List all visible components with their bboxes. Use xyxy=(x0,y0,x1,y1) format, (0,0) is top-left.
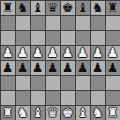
square-h3[interactable] xyxy=(105,75,120,90)
square-a1[interactable]: ♜ xyxy=(0,105,15,120)
square-g7[interactable] xyxy=(90,15,105,30)
square-d6[interactable] xyxy=(45,30,60,45)
square-h4[interactable]: ♟ xyxy=(105,60,120,75)
square-g3[interactable] xyxy=(90,75,105,90)
square-c5[interactable]: ♟ xyxy=(30,45,45,60)
square-b4[interactable]: ♟ xyxy=(15,60,30,75)
piece-black-rook[interactable]: ♜ xyxy=(107,0,119,15)
square-f8[interactable]: ♝ xyxy=(75,0,90,15)
piece-black-bishop[interactable]: ♝ xyxy=(32,0,44,15)
square-d2[interactable] xyxy=(45,90,60,105)
piece-white-knight[interactable]: ♞ xyxy=(17,105,29,120)
square-e2[interactable] xyxy=(60,90,75,105)
piece-white-king[interactable]: ♚ xyxy=(62,105,74,120)
square-h6[interactable] xyxy=(105,30,120,45)
piece-black-knight[interactable]: ♞ xyxy=(17,0,29,15)
piece-white-pawn[interactable]: ♟ xyxy=(2,45,14,60)
square-a4[interactable]: ♟ xyxy=(0,60,15,75)
square-e1[interactable]: ♚ xyxy=(60,105,75,120)
square-a7[interactable] xyxy=(0,15,15,30)
chess-board: ♜♞♝♛♚♝♞♜♟♟♟♟♟♟♟♟♟♟♟♟♟♟♟♟♜♞♝♛♚♝♞♜ xyxy=(0,0,120,120)
piece-white-pawn[interactable]: ♟ xyxy=(17,45,29,60)
square-b5[interactable]: ♟ xyxy=(15,45,30,60)
square-h7[interactable] xyxy=(105,15,120,30)
square-a8[interactable]: ♜ xyxy=(0,0,15,15)
piece-white-pawn[interactable]: ♟ xyxy=(92,45,104,60)
square-f3[interactable] xyxy=(75,75,90,90)
piece-black-rook[interactable]: ♜ xyxy=(2,0,14,15)
square-f4[interactable]: ♟ xyxy=(75,60,90,75)
piece-white-queen[interactable]: ♛ xyxy=(47,105,59,120)
square-f2[interactable] xyxy=(75,90,90,105)
square-c6[interactable] xyxy=(30,30,45,45)
piece-white-knight[interactable]: ♞ xyxy=(92,105,104,120)
piece-black-knight[interactable]: ♞ xyxy=(92,0,104,15)
square-c3[interactable] xyxy=(30,75,45,90)
square-c1[interactable]: ♝ xyxy=(30,105,45,120)
piece-black-queen[interactable]: ♛ xyxy=(47,0,59,15)
piece-white-pawn[interactable]: ♟ xyxy=(47,45,59,60)
square-b3[interactable] xyxy=(15,75,30,90)
square-b1[interactable]: ♞ xyxy=(15,105,30,120)
square-g8[interactable]: ♞ xyxy=(90,0,105,15)
piece-black-pawn[interactable]: ♟ xyxy=(62,60,74,75)
piece-black-pawn[interactable]: ♟ xyxy=(32,60,44,75)
square-d5[interactable]: ♟ xyxy=(45,45,60,60)
square-d7[interactable] xyxy=(45,15,60,30)
piece-white-rook[interactable]: ♜ xyxy=(107,105,119,120)
piece-white-pawn[interactable]: ♟ xyxy=(32,45,44,60)
piece-white-pawn[interactable]: ♟ xyxy=(62,45,74,60)
square-b2[interactable] xyxy=(15,90,30,105)
square-c8[interactable]: ♝ xyxy=(30,0,45,15)
square-g4[interactable]: ♟ xyxy=(90,60,105,75)
square-e8[interactable]: ♚ xyxy=(60,0,75,15)
piece-white-bishop[interactable]: ♝ xyxy=(77,105,89,120)
square-g2[interactable] xyxy=(90,90,105,105)
square-c7[interactable] xyxy=(30,15,45,30)
square-h5[interactable]: ♟ xyxy=(105,45,120,60)
piece-black-pawn[interactable]: ♟ xyxy=(47,60,59,75)
piece-white-pawn[interactable]: ♟ xyxy=(107,45,119,60)
square-e6[interactable] xyxy=(60,30,75,45)
square-d4[interactable]: ♟ xyxy=(45,60,60,75)
square-b7[interactable] xyxy=(15,15,30,30)
square-e3[interactable] xyxy=(60,75,75,90)
square-c4[interactable]: ♟ xyxy=(30,60,45,75)
square-h2[interactable] xyxy=(105,90,120,105)
piece-black-pawn[interactable]: ♟ xyxy=(77,60,89,75)
square-f7[interactable] xyxy=(75,15,90,30)
square-a2[interactable] xyxy=(0,90,15,105)
square-g5[interactable]: ♟ xyxy=(90,45,105,60)
square-f6[interactable] xyxy=(75,30,90,45)
piece-black-pawn[interactable]: ♟ xyxy=(92,60,104,75)
square-e7[interactable] xyxy=(60,15,75,30)
piece-white-bishop[interactable]: ♝ xyxy=(32,105,44,120)
square-a3[interactable] xyxy=(0,75,15,90)
square-c2[interactable] xyxy=(30,90,45,105)
piece-black-king[interactable]: ♚ xyxy=(62,0,74,15)
piece-white-rook[interactable]: ♜ xyxy=(2,105,14,120)
square-d3[interactable] xyxy=(45,75,60,90)
square-g6[interactable] xyxy=(90,30,105,45)
square-d8[interactable]: ♛ xyxy=(45,0,60,15)
square-f1[interactable]: ♝ xyxy=(75,105,90,120)
piece-black-bishop[interactable]: ♝ xyxy=(77,0,89,15)
square-h1[interactable]: ♜ xyxy=(105,105,120,120)
piece-black-pawn[interactable]: ♟ xyxy=(17,60,29,75)
square-b8[interactable]: ♞ xyxy=(15,0,30,15)
square-a5[interactable]: ♟ xyxy=(0,45,15,60)
piece-black-pawn[interactable]: ♟ xyxy=(107,60,119,75)
square-g1[interactable]: ♞ xyxy=(90,105,105,120)
square-d1[interactable]: ♛ xyxy=(45,105,60,120)
square-b6[interactable] xyxy=(15,30,30,45)
square-h8[interactable]: ♜ xyxy=(105,0,120,15)
piece-white-pawn[interactable]: ♟ xyxy=(77,45,89,60)
square-f5[interactable]: ♟ xyxy=(75,45,90,60)
square-e4[interactable]: ♟ xyxy=(60,60,75,75)
square-e5[interactable]: ♟ xyxy=(60,45,75,60)
piece-black-pawn[interactable]: ♟ xyxy=(2,60,14,75)
square-a6[interactable] xyxy=(0,30,15,45)
